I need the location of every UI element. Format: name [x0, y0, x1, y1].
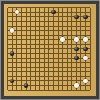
white-stone[interactable] [74, 37, 79, 42]
go-board[interactable] [4, 4, 96, 96]
black-stone[interactable] [74, 56, 79, 61]
grid-line-vertical [90, 8, 91, 90]
go-board-screenshot [0, 0, 100, 100]
grid-line-vertical [80, 8, 81, 90]
grid-line-horizontal [8, 80, 90, 81]
grid-line-vertical [71, 8, 72, 90]
black-stone[interactable] [10, 51, 15, 56]
grid-line-horizontal [8, 90, 90, 91]
white-stone[interactable] [10, 28, 15, 33]
white-stone[interactable] [74, 83, 79, 88]
black-stone[interactable] [24, 83, 29, 88]
black-stone[interactable] [10, 79, 15, 84]
grid-line-vertical [67, 8, 68, 90]
star-point [21, 48, 23, 50]
grid-line-vertical [53, 8, 54, 90]
star-point [48, 48, 50, 50]
white-stone[interactable] [83, 56, 88, 61]
white-stone[interactable] [83, 79, 88, 84]
black-stone[interactable] [83, 15, 88, 20]
star-point [48, 76, 50, 78]
grid-line-horizontal [8, 71, 90, 72]
white-stone[interactable] [83, 37, 88, 42]
black-stone[interactable] [83, 47, 88, 52]
star-point [76, 21, 78, 23]
star-point [21, 21, 23, 23]
white-stone[interactable] [60, 37, 65, 42]
star-point [21, 76, 23, 78]
grid-line-horizontal [8, 67, 90, 68]
grid-line-horizontal [8, 53, 90, 54]
black-stone[interactable] [51, 10, 56, 15]
black-stone[interactable] [74, 47, 79, 52]
white-stone[interactable] [15, 10, 20, 15]
black-stone[interactable] [74, 15, 79, 20]
grid-line-vertical [62, 8, 63, 90]
star-point [48, 21, 50, 23]
grid-line-horizontal [8, 62, 90, 63]
grid-line-vertical [58, 8, 59, 90]
star-point [76, 76, 78, 78]
